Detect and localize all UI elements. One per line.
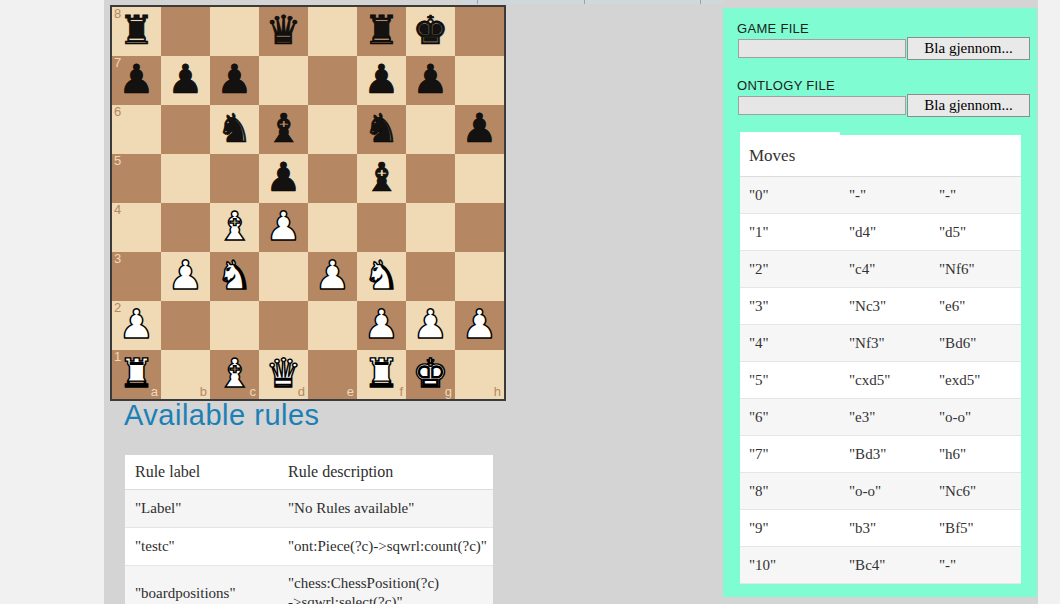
white-move-cell: "-" (840, 187, 930, 204)
moves-row-0: "0""-""-" (740, 177, 1021, 214)
rules-header-label: Rule label (125, 463, 278, 481)
square-d4[interactable]: ♟ (259, 203, 308, 252)
square-d1[interactable]: d♛ (259, 350, 308, 399)
moves-table-title: Moves (740, 135, 1021, 177)
black-move-cell: "e6" (930, 298, 1021, 315)
square-f5[interactable]: ♝ (357, 154, 406, 203)
square-e3[interactable]: ♟ (308, 252, 357, 301)
square-c8[interactable] (210, 7, 259, 56)
square-c5[interactable] (210, 154, 259, 203)
square-b8[interactable] (161, 7, 210, 56)
game-file-browse-button[interactable]: Bla gjennom... (907, 37, 1030, 60)
moves-row-2: "2""c4""Nf6" (740, 251, 1021, 288)
black-move-cell: "d5" (930, 224, 1021, 241)
black-knight-c6[interactable]: ♞ (210, 105, 259, 154)
move-number-cell: "1" (740, 224, 840, 241)
black-rook-a8[interactable]: ♜ (112, 7, 161, 56)
square-d6[interactable]: ♝ (259, 105, 308, 154)
white-pawn-g2[interactable]: ♟ (406, 301, 455, 350)
rule-description-line: ->sqwrl:select(?c)" (288, 593, 493, 604)
rule-label-cell: "boardpositions" (125, 576, 278, 604)
white-knight-c3[interactable]: ♞ (210, 252, 259, 301)
square-g2[interactable]: ♟ (406, 301, 455, 350)
black-move-cell: "Nc6" (930, 483, 1021, 500)
black-knight-f6[interactable]: ♞ (357, 105, 406, 154)
white-rook-f1[interactable]: ♜ (357, 350, 406, 399)
white-move-cell: "Nf3" (840, 335, 930, 352)
white-move-cell: "Bc4" (840, 557, 930, 574)
square-a5[interactable]: 5 (112, 154, 161, 203)
black-king-g8[interactable]: ♚ (406, 7, 455, 56)
move-number-cell: "6" (740, 409, 840, 426)
square-g4[interactable] (406, 203, 455, 252)
white-move-cell: "o-o" (840, 483, 930, 500)
white-pawn-d4[interactable]: ♟ (259, 203, 308, 252)
rule-description-cell: "No Rules available" (278, 491, 493, 526)
rank-label-4: 4 (114, 203, 121, 217)
page: 8♜♛♜♚7♟♟♟♟♟6♞♝♞♟5♟♝4♝♟3♟♞♟♞2♟♟♟♟1a♜bc♝d♛… (0, 0, 1060, 604)
moves-row-8: "8""o-o""Nc6" (740, 473, 1021, 510)
moves-table: Moves "0""-""-""1""d4""d5""2""c4""Nf6""3… (740, 135, 1021, 584)
move-number-cell: "2" (740, 261, 840, 278)
white-move-cell: "Bd3" (840, 446, 930, 463)
rank-label-5: 5 (114, 154, 121, 168)
square-f3[interactable]: ♞ (357, 252, 406, 301)
move-number-cell: "10" (740, 557, 840, 574)
square-a3[interactable]: 3 (112, 252, 161, 301)
strip-separator (584, 0, 585, 4)
black-pawn-d5[interactable]: ♟ (259, 154, 308, 203)
square-b6[interactable] (161, 105, 210, 154)
rank-label-3: 3 (114, 252, 121, 266)
black-move-cell: "Nf6" (930, 261, 1021, 278)
file-label-h: h (494, 385, 501, 399)
moves-row-9: "9""b3""Bf5" (740, 510, 1021, 547)
square-h7[interactable] (455, 56, 504, 105)
white-move-cell: "d4" (840, 224, 930, 241)
black-pawn-f7[interactable]: ♟ (357, 56, 406, 105)
chess-board: 8♜♛♜♚7♟♟♟♟♟6♞♝♞♟5♟♝4♝♟3♟♞♟♞2♟♟♟♟1a♜bc♝d♛… (110, 5, 506, 401)
square-b4[interactable] (161, 203, 210, 252)
white-pawn-b3[interactable]: ♟ (161, 252, 210, 301)
square-g8[interactable]: ♚ (406, 7, 455, 56)
white-king-g1[interactable]: ♚ (406, 350, 455, 399)
square-g1[interactable]: g♚ (406, 350, 455, 399)
square-d2[interactable] (259, 301, 308, 350)
moves-row-3: "3""Nc3""e6" (740, 288, 1021, 325)
square-c6[interactable]: ♞ (210, 105, 259, 154)
black-move-cell: "h6" (930, 446, 1021, 463)
rule-description-line: "ont:Piece(?c)->sqwrl:count(?c)" (288, 537, 493, 556)
black-pawn-c7[interactable]: ♟ (210, 56, 259, 105)
white-pawn-a2[interactable]: ♟ (112, 301, 161, 350)
black-move-cell: "-" (930, 187, 1021, 204)
square-e8[interactable] (308, 7, 357, 56)
square-f4[interactable] (357, 203, 406, 252)
square-a2[interactable]: 2♟ (112, 301, 161, 350)
square-a8[interactable]: 8♜ (112, 7, 161, 56)
square-a4[interactable]: 4 (112, 203, 161, 252)
rules-row-2: "boardpositions""chess:ChessPosition(?c)… (125, 566, 493, 604)
square-e1[interactable]: e (308, 350, 357, 399)
rule-label-cell: "testc" (125, 529, 278, 564)
move-number-cell: "4" (740, 335, 840, 352)
strip-separator (477, 0, 478, 4)
square-b7[interactable]: ♟ (161, 56, 210, 105)
move-number-cell: "8" (740, 483, 840, 500)
move-number-cell: "9" (740, 520, 840, 537)
square-h2[interactable]: ♟ (455, 301, 504, 350)
moves-row-1: "1""d4""d5" (740, 214, 1021, 251)
white-pawn-e3[interactable]: ♟ (308, 252, 357, 301)
rule-description-line: "No Rules available" (288, 499, 493, 518)
file-label-b: b (200, 385, 207, 399)
square-h8[interactable] (455, 7, 504, 56)
square-e2[interactable] (308, 301, 357, 350)
white-move-cell: "c4" (840, 261, 930, 278)
square-f6[interactable]: ♞ (357, 105, 406, 154)
white-pawn-f2[interactable]: ♟ (357, 301, 406, 350)
file-label-e: e (347, 385, 354, 399)
rules-row-0: "Label""No Rules available" (125, 490, 493, 528)
rules-table: Rule label Rule description "Label""No R… (125, 455, 493, 604)
square-g6[interactable] (406, 105, 455, 154)
square-b3[interactable]: ♟ (161, 252, 210, 301)
square-b1[interactable]: b (161, 350, 210, 399)
game-file-input[interactable] (738, 39, 906, 58)
rank-label-6: 6 (114, 105, 121, 119)
white-move-cell: "Nc3" (840, 298, 930, 315)
square-g5[interactable] (406, 154, 455, 203)
square-e7[interactable] (308, 56, 357, 105)
square-c2[interactable] (210, 301, 259, 350)
white-bishop-c4[interactable]: ♝ (210, 203, 259, 252)
moves-row-6: "6""e3""o-o" (740, 399, 1021, 436)
square-f8[interactable]: ♜ (357, 7, 406, 56)
moves-row-10: "10""Bc4""-" (740, 547, 1021, 584)
ontology-file-input[interactable] (738, 96, 906, 115)
square-d7[interactable] (259, 56, 308, 105)
black-bishop-d6[interactable]: ♝ (259, 105, 308, 154)
move-number-cell: "3" (740, 298, 840, 315)
square-d3[interactable] (259, 252, 308, 301)
rules-header-description: Rule description (278, 463, 493, 481)
square-d5[interactable]: ♟ (259, 154, 308, 203)
black-pawn-g7[interactable]: ♟ (406, 56, 455, 105)
square-g7[interactable]: ♟ (406, 56, 455, 105)
rules-table-header: Rule label Rule description (125, 455, 493, 490)
white-move-cell: "cxd5" (840, 372, 930, 389)
square-b2[interactable] (161, 301, 210, 350)
square-c1[interactable]: c♝ (210, 350, 259, 399)
square-c4[interactable]: ♝ (210, 203, 259, 252)
game-file-label: GAME FILE (737, 21, 809, 36)
black-pawn-b7[interactable]: ♟ (161, 56, 210, 105)
white-rook-a1[interactable]: ♜ (112, 350, 161, 399)
white-pawn-h2[interactable]: ♟ (455, 301, 504, 350)
moves-row-5: "5""cxd5""exd5" (740, 362, 1021, 399)
square-h3[interactable] (455, 252, 504, 301)
square-d8[interactable]: ♛ (259, 7, 308, 56)
square-h4[interactable] (455, 203, 504, 252)
square-g3[interactable] (406, 252, 455, 301)
move-number-cell: "5" (740, 372, 840, 389)
black-pawn-h6[interactable]: ♟ (455, 105, 504, 154)
square-b5[interactable] (161, 154, 210, 203)
move-number-cell: "0" (740, 187, 840, 204)
rules-row-1: "testc""ont:Piece(?c)->sqwrl:count(?c)" (125, 528, 493, 566)
moves-row-4: "4""Nf3""Bd6" (740, 325, 1021, 362)
moves-row-7: "7""Bd3""h6" (740, 436, 1021, 473)
white-bishop-c1[interactable]: ♝ (210, 350, 259, 399)
black-move-cell: "exd5" (930, 372, 1021, 389)
square-a6[interactable]: 6 (112, 105, 161, 154)
square-f2[interactable]: ♟ (357, 301, 406, 350)
black-move-cell: "Bf5" (930, 520, 1021, 537)
black-rook-f8[interactable]: ♜ (357, 7, 406, 56)
square-h5[interactable] (455, 154, 504, 203)
square-e5[interactable] (308, 154, 357, 203)
square-f1[interactable]: f♜ (357, 350, 406, 399)
white-knight-f3[interactable]: ♞ (357, 252, 406, 301)
control-panel: GAME FILE Bla gjennom... ONTLOGY FILE Bl… (723, 8, 1037, 597)
square-c7[interactable]: ♟ (210, 56, 259, 105)
rule-label-cell: "Label" (125, 491, 278, 526)
white-move-cell: "b3" (840, 520, 930, 537)
square-a1[interactable]: 1a♜ (112, 350, 161, 399)
black-move-cell: "o-o" (930, 409, 1021, 426)
rule-description-cell: "ont:Piece(?c)->sqwrl:count(?c)" (278, 529, 493, 564)
square-h1[interactable]: h (455, 350, 504, 399)
square-h6[interactable]: ♟ (455, 105, 504, 154)
rule-description-cell: "chess:ChessPosition(?c)->sqwrl:select(?… (278, 566, 493, 604)
black-bishop-f5[interactable]: ♝ (357, 154, 406, 203)
ontology-file-browse-button[interactable]: Bla gjennom... (907, 94, 1030, 117)
black-pawn-a7[interactable]: ♟ (112, 56, 161, 105)
chess-board-grid: 8♜♛♜♚7♟♟♟♟♟6♞♝♞♟5♟♝4♝♟3♟♞♟♞2♟♟♟♟1a♜bc♝d♛… (112, 7, 504, 399)
black-queen-d8[interactable]: ♛ (259, 7, 308, 56)
square-c3[interactable]: ♞ (210, 252, 259, 301)
strip-separator (700, 0, 701, 4)
square-e4[interactable] (308, 203, 357, 252)
ontology-file-label: ONTLOGY FILE (737, 78, 835, 93)
rules-heading: Available rules (124, 399, 320, 432)
white-move-cell: "e3" (840, 409, 930, 426)
square-f7[interactable]: ♟ (357, 56, 406, 105)
black-move-cell: "Bd6" (930, 335, 1021, 352)
black-move-cell: "-" (930, 557, 1021, 574)
move-number-cell: "7" (740, 446, 840, 463)
square-e6[interactable] (308, 105, 357, 154)
rule-description-line: "chess:ChessPosition(?c) (288, 574, 493, 593)
cutoff-table-strip (462, 0, 723, 4)
square-a7[interactable]: 7♟ (112, 56, 161, 105)
white-queen-d1[interactable]: ♛ (259, 350, 308, 399)
